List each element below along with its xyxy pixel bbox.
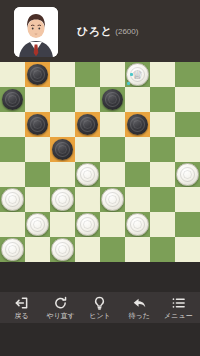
cell-r0c1[interactable]: [25, 62, 50, 87]
cell-r6c2[interactable]: [50, 212, 75, 237]
cell-r4c2[interactable]: [50, 162, 75, 187]
white-man[interactable]: [101, 188, 124, 211]
white-man[interactable]: [51, 238, 74, 261]
cell-r0c0[interactable]: [0, 62, 25, 87]
white-man[interactable]: [51, 188, 74, 211]
white-man[interactable]: [176, 163, 199, 186]
cell-r0c7[interactable]: [175, 62, 200, 87]
poland-flag-icon: [142, 26, 156, 36]
opponent-header: ひろと (2600): [0, 0, 200, 62]
cell-r2c7[interactable]: [175, 112, 200, 137]
cell-r6c7[interactable]: [175, 212, 200, 237]
cell-r1c7[interactable]: [175, 87, 200, 112]
cell-r4c5[interactable]: [125, 162, 150, 187]
cell-r3c7[interactable]: [175, 137, 200, 162]
opponent-info: ひろと (2600): [77, 24, 156, 39]
cell-r2c3[interactable]: [75, 112, 100, 137]
redo-button[interactable]: やり直す: [42, 296, 80, 319]
cell-r0c3[interactable]: [75, 62, 100, 87]
hint-icon: [92, 296, 107, 310]
cell-r6c0[interactable]: [0, 212, 25, 237]
black-man[interactable]: [127, 114, 148, 135]
white-man[interactable]: [1, 238, 24, 261]
cell-r3c1[interactable]: [25, 137, 50, 162]
checkers-app: ひろと (2600) ♕ 戻る: [0, 0, 200, 356]
cell-r1c6[interactable]: [150, 87, 175, 112]
menu-button[interactable]: メニュー: [159, 296, 197, 319]
cell-r5c0[interactable]: [0, 187, 25, 212]
cell-r0c6[interactable]: [150, 62, 175, 87]
hint-button-label: ヒント: [89, 312, 111, 319]
cell-r4c6[interactable]: [150, 162, 175, 187]
flag-top-stripe: [142, 26, 156, 36]
menu-icon: [171, 296, 186, 310]
cell-r2c5[interactable]: [125, 112, 150, 137]
white-man[interactable]: [26, 213, 49, 236]
cell-r5c7[interactable]: [175, 187, 200, 212]
cell-r4c4[interactable]: [100, 162, 125, 187]
undo-icon: [132, 296, 147, 310]
redo-button-label: やり直す: [47, 312, 76, 319]
cell-r6c3[interactable]: [75, 212, 100, 237]
bottom-bar: 戻る やり直す ヒ: [0, 262, 200, 356]
black-man[interactable]: [102, 89, 123, 110]
back-button-label: 戻る: [15, 312, 29, 319]
cell-r7c4[interactable]: [100, 237, 125, 262]
cell-r6c4[interactable]: [100, 212, 125, 237]
avatar-illustration: [14, 7, 58, 57]
cell-r6c6[interactable]: [150, 212, 175, 237]
cell-r5c5[interactable]: [125, 187, 150, 212]
cell-r3c3[interactable]: [75, 137, 100, 162]
cell-r3c4[interactable]: [100, 137, 125, 162]
black-man[interactable]: [52, 139, 73, 160]
cell-r3c5[interactable]: [125, 137, 150, 162]
cell-r2c0[interactable]: [0, 112, 25, 137]
menu-button-label: メニュー: [164, 312, 193, 319]
toolbar: 戻る やり直す ヒ: [0, 292, 200, 323]
opponent-avatar: [14, 7, 58, 57]
cell-r1c1[interactable]: [25, 87, 50, 112]
cell-r5c3[interactable]: [75, 187, 100, 212]
takeback-button-label: 待った: [128, 312, 149, 319]
cell-r5c4[interactable]: [100, 187, 125, 212]
white-man[interactable]: [126, 213, 149, 236]
white-man[interactable]: [76, 163, 99, 186]
cell-r2c2[interactable]: [50, 112, 75, 137]
cell-r3c2[interactable]: [50, 137, 75, 162]
cell-r7c1[interactable]: [25, 237, 50, 262]
cell-r5c6[interactable]: [150, 187, 175, 212]
black-man[interactable]: [27, 64, 48, 85]
exit-icon: [14, 296, 29, 310]
cell-r6c5[interactable]: [125, 212, 150, 237]
cell-r1c0[interactable]: [0, 87, 25, 112]
black-man[interactable]: [27, 114, 48, 135]
cell-r3c0[interactable]: [0, 137, 25, 162]
cell-r2c1[interactable]: [25, 112, 50, 137]
cell-r1c3[interactable]: [75, 87, 100, 112]
cell-r2c6[interactable]: [150, 112, 175, 137]
cell-r6c1[interactable]: [25, 212, 50, 237]
white-man[interactable]: [76, 213, 99, 236]
back-button[interactable]: 戻る: [3, 296, 41, 319]
cell-r7c3[interactable]: [75, 237, 100, 262]
cell-r0c4[interactable]: [100, 62, 125, 87]
redo-icon: [53, 296, 68, 310]
opponent-name: ひろと: [77, 24, 112, 39]
crown-gem: [130, 73, 133, 76]
opponent-rating: (2600): [115, 27, 138, 36]
board: ♕: [0, 62, 200, 262]
cell-r2c4[interactable]: [100, 112, 125, 137]
cell-r1c5[interactable]: [125, 87, 150, 112]
cell-r7c0[interactable]: [0, 237, 25, 262]
cell-r4c1[interactable]: [25, 162, 50, 187]
cell-r5c2[interactable]: [50, 187, 75, 212]
cell-r4c0[interactable]: [0, 162, 25, 187]
cell-r5c1[interactable]: [25, 187, 50, 212]
takeback-button[interactable]: 待った: [120, 296, 158, 319]
cell-r4c3[interactable]: [75, 162, 100, 187]
cell-r4c7[interactable]: [175, 162, 200, 187]
white-king[interactable]: ♕: [126, 63, 149, 86]
cell-r7c2[interactable]: [50, 237, 75, 262]
cell-r7c7[interactable]: [175, 237, 200, 262]
cell-r1c4[interactable]: [100, 87, 125, 112]
cell-r7c6[interactable]: [150, 237, 175, 262]
cell-r3c6[interactable]: [150, 137, 175, 162]
cell-r7c5[interactable]: [125, 237, 150, 262]
cell-r1c2[interactable]: [50, 87, 75, 112]
hint-button[interactable]: ヒント: [81, 296, 119, 319]
black-man[interactable]: [77, 114, 98, 135]
cell-r0c2[interactable]: [50, 62, 75, 87]
white-man[interactable]: [1, 188, 24, 211]
cell-r0c5[interactable]: ♕: [125, 62, 150, 87]
black-man[interactable]: [2, 89, 23, 110]
